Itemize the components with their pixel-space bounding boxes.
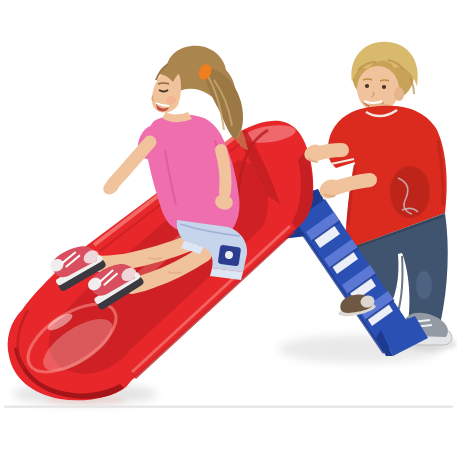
boy-shirt-print: [390, 166, 430, 218]
ground-line: [4, 406, 453, 408]
girl-cheek: [166, 96, 176, 104]
boy-ear: [394, 87, 404, 101]
girl-shorts-patch: [218, 245, 241, 267]
boy-eye-left: [365, 84, 369, 88]
boy-jeans-knee: [416, 271, 432, 299]
boy-eye-right: [382, 85, 386, 89]
boy-left-forearm: [336, 180, 370, 188]
product-photo: [0, 0, 457, 457]
girl-left-arm: [221, 150, 226, 192]
photo-illustration: [0, 0, 457, 457]
